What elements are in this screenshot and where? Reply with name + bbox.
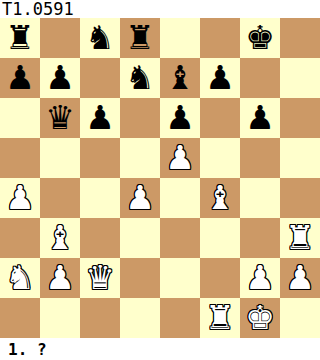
piece-white-bishop-b3[interactable]: ♝	[45, 221, 75, 254]
square-c6[interactable]: ♟	[80, 98, 120, 138]
square-e4[interactable]	[160, 178, 200, 218]
piece-black-rook-d8[interactable]: ♜	[125, 21, 155, 54]
piece-white-pawn-a4[interactable]: ♟	[5, 181, 35, 214]
square-g5[interactable]	[240, 138, 280, 178]
piece-black-pawn-c6[interactable]: ♟	[85, 101, 115, 134]
square-a6[interactable]	[0, 98, 40, 138]
square-c5[interactable]	[80, 138, 120, 178]
square-d8[interactable]: ♜	[120, 18, 160, 58]
piece-black-knight-c8[interactable]: ♞	[85, 21, 115, 54]
square-c2[interactable]: ♛	[80, 258, 120, 298]
piece-black-pawn-f7[interactable]: ♟	[205, 61, 235, 94]
piece-white-knight-a2[interactable]: ♞	[5, 261, 35, 294]
square-f7[interactable]: ♟	[200, 58, 240, 98]
piece-white-rook-f1[interactable]: ♜	[205, 301, 235, 334]
square-b1[interactable]	[40, 298, 80, 338]
piece-black-pawn-g6[interactable]: ♟	[245, 101, 275, 134]
square-e6[interactable]: ♟	[160, 98, 200, 138]
square-d3[interactable]	[120, 218, 160, 258]
square-b3[interactable]: ♝	[40, 218, 80, 258]
piece-black-bishop-e7[interactable]: ♝	[165, 61, 195, 94]
footer-bar: 1. ?	[0, 338, 320, 360]
square-f6[interactable]	[200, 98, 240, 138]
piece-black-pawn-a7[interactable]: ♟	[5, 61, 35, 94]
square-f5[interactable]	[200, 138, 240, 178]
square-d1[interactable]	[120, 298, 160, 338]
square-b6[interactable]: ♛	[40, 98, 80, 138]
square-f2[interactable]	[200, 258, 240, 298]
square-f1[interactable]: ♜	[200, 298, 240, 338]
square-a2[interactable]: ♞	[0, 258, 40, 298]
square-e5[interactable]: ♟	[160, 138, 200, 178]
board: ♜♞♜♚♟♟♞♝♟♛♟♟♟♟♟♟♝♝♜♞♟♛♟♟♜♚	[0, 18, 320, 338]
square-h8[interactable]	[280, 18, 320, 58]
square-g8[interactable]: ♚	[240, 18, 280, 58]
piece-white-pawn-d4[interactable]: ♟	[125, 181, 155, 214]
square-h5[interactable]	[280, 138, 320, 178]
piece-white-queen-c2[interactable]: ♛	[85, 261, 115, 294]
square-h1[interactable]	[280, 298, 320, 338]
square-h4[interactable]	[280, 178, 320, 218]
square-d7[interactable]: ♞	[120, 58, 160, 98]
piece-white-king-g1[interactable]: ♚	[245, 301, 275, 334]
square-b5[interactable]	[40, 138, 80, 178]
piece-black-rook-a8[interactable]: ♜	[5, 21, 35, 54]
square-a4[interactable]: ♟	[0, 178, 40, 218]
title-bar: T1.0591	[0, 0, 320, 18]
square-c4[interactable]	[80, 178, 120, 218]
square-g7[interactable]	[240, 58, 280, 98]
square-e1[interactable]	[160, 298, 200, 338]
piece-black-queen-b6[interactable]: ♛	[45, 101, 75, 134]
puzzle-id: T1.0591	[0, 0, 74, 18]
square-a1[interactable]	[0, 298, 40, 338]
piece-white-pawn-g2[interactable]: ♟	[245, 261, 275, 294]
square-a3[interactable]	[0, 218, 40, 258]
piece-white-pawn-b2[interactable]: ♟	[45, 261, 75, 294]
square-d6[interactable]	[120, 98, 160, 138]
square-a7[interactable]: ♟	[0, 58, 40, 98]
square-d2[interactable]	[120, 258, 160, 298]
square-c8[interactable]: ♞	[80, 18, 120, 58]
square-b7[interactable]: ♟	[40, 58, 80, 98]
square-h7[interactable]	[280, 58, 320, 98]
square-f4[interactable]: ♝	[200, 178, 240, 218]
square-e2[interactable]	[160, 258, 200, 298]
move-prompt: 1. ?	[0, 340, 47, 359]
piece-white-rook-h3[interactable]: ♜	[285, 221, 315, 254]
square-d5[interactable]	[120, 138, 160, 178]
square-c7[interactable]	[80, 58, 120, 98]
piece-black-king-g8[interactable]: ♚	[245, 21, 275, 54]
square-b2[interactable]: ♟	[40, 258, 80, 298]
square-f3[interactable]	[200, 218, 240, 258]
square-g1[interactable]: ♚	[240, 298, 280, 338]
square-b4[interactable]	[40, 178, 80, 218]
square-e7[interactable]: ♝	[160, 58, 200, 98]
square-e8[interactable]	[160, 18, 200, 58]
piece-white-pawn-e5[interactable]: ♟	[165, 141, 195, 174]
square-h2[interactable]: ♟	[280, 258, 320, 298]
square-g2[interactable]: ♟	[240, 258, 280, 298]
square-g4[interactable]	[240, 178, 280, 218]
square-a8[interactable]: ♜	[0, 18, 40, 58]
square-h6[interactable]	[280, 98, 320, 138]
square-d4[interactable]: ♟	[120, 178, 160, 218]
square-e3[interactable]	[160, 218, 200, 258]
square-b8[interactable]	[40, 18, 80, 58]
square-a5[interactable]	[0, 138, 40, 178]
square-g6[interactable]: ♟	[240, 98, 280, 138]
square-h3[interactable]: ♜	[280, 218, 320, 258]
piece-white-pawn-h2[interactable]: ♟	[285, 261, 315, 294]
square-c3[interactable]	[80, 218, 120, 258]
piece-black-knight-d7[interactable]: ♞	[125, 61, 155, 94]
square-g3[interactable]	[240, 218, 280, 258]
piece-white-bishop-f4[interactable]: ♝	[205, 181, 235, 214]
square-f8[interactable]	[200, 18, 240, 58]
piece-black-pawn-e6[interactable]: ♟	[165, 101, 195, 134]
square-c1[interactable]	[80, 298, 120, 338]
piece-black-pawn-b7[interactable]: ♟	[45, 61, 75, 94]
